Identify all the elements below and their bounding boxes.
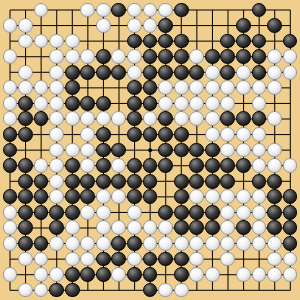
board-point[interactable]	[127, 267, 143, 283]
board-point[interactable]	[142, 236, 158, 252]
board-point[interactable]	[18, 127, 34, 143]
board-point[interactable]	[96, 173, 112, 189]
board-point[interactable]	[236, 111, 252, 127]
board-point[interactable]	[96, 282, 112, 298]
board-point[interactable]	[2, 80, 18, 96]
board-point[interactable]	[236, 2, 252, 18]
board-point[interactable]	[127, 189, 143, 205]
board-point[interactable]	[220, 2, 236, 18]
board-point[interactable]	[236, 96, 252, 112]
board-point[interactable]	[158, 127, 174, 143]
board-point[interactable]	[267, 111, 283, 127]
board-point[interactable]	[142, 173, 158, 189]
board-point[interactable]	[220, 189, 236, 205]
board-point[interactable]	[49, 251, 65, 267]
board-point[interactable]	[158, 251, 174, 267]
board-point[interactable]	[18, 173, 34, 189]
board-point[interactable]	[33, 282, 49, 298]
board-point[interactable]	[111, 49, 127, 65]
board-point[interactable]	[267, 220, 283, 236]
board-point[interactable]	[267, 189, 283, 205]
board-point[interactable]	[64, 236, 80, 252]
board-point[interactable]	[251, 49, 267, 65]
board-point[interactable]	[282, 64, 298, 80]
board-point[interactable]	[2, 127, 18, 143]
board-point[interactable]	[127, 173, 143, 189]
board-point[interactable]	[142, 282, 158, 298]
board-point[interactable]	[236, 142, 252, 158]
board-point[interactable]	[158, 111, 174, 127]
board-point[interactable]	[205, 220, 221, 236]
board-point[interactable]	[205, 111, 221, 127]
board-point[interactable]	[80, 111, 96, 127]
board-point[interactable]	[236, 49, 252, 65]
board-point[interactable]	[49, 80, 65, 96]
board-point[interactable]	[2, 173, 18, 189]
board-point[interactable]	[96, 2, 112, 18]
board-point[interactable]	[2, 267, 18, 283]
board-point[interactable]	[127, 236, 143, 252]
board-point[interactable]	[64, 96, 80, 112]
board-point[interactable]	[173, 205, 189, 221]
board-point[interactable]	[205, 2, 221, 18]
board-point[interactable]	[220, 111, 236, 127]
board-point[interactable]	[33, 49, 49, 65]
board-point[interactable]	[189, 127, 205, 143]
board-point[interactable]	[18, 2, 34, 18]
board-point[interactable]	[220, 33, 236, 49]
board-point[interactable]	[236, 64, 252, 80]
board-point[interactable]	[49, 64, 65, 80]
board-point[interactable]	[127, 80, 143, 96]
board-point[interactable]	[111, 189, 127, 205]
board-point[interactable]	[80, 80, 96, 96]
board-point[interactable]	[64, 2, 80, 18]
board-point[interactable]	[80, 173, 96, 189]
board-point[interactable]	[220, 18, 236, 34]
board-point[interactable]	[173, 158, 189, 174]
board-point[interactable]	[96, 111, 112, 127]
board-point[interactable]	[2, 18, 18, 34]
board-point[interactable]	[64, 80, 80, 96]
board-point[interactable]	[251, 158, 267, 174]
board-point[interactable]	[18, 33, 34, 49]
board-point[interactable]	[189, 251, 205, 267]
board-point[interactable]	[282, 80, 298, 96]
board-point[interactable]	[158, 18, 174, 34]
board-point[interactable]	[64, 111, 80, 127]
board-point[interactable]	[236, 173, 252, 189]
board-point[interactable]	[251, 111, 267, 127]
board-point[interactable]	[251, 205, 267, 221]
board-point[interactable]	[111, 205, 127, 221]
board-point[interactable]	[2, 282, 18, 298]
board-point[interactable]	[251, 127, 267, 143]
board-point[interactable]	[2, 96, 18, 112]
board-point[interactable]	[189, 33, 205, 49]
board-point[interactable]	[220, 142, 236, 158]
board-point[interactable]	[251, 173, 267, 189]
board-point[interactable]	[18, 111, 34, 127]
board-point[interactable]	[282, 49, 298, 65]
board-point[interactable]	[80, 251, 96, 267]
board-point[interactable]	[142, 189, 158, 205]
board-point[interactable]	[111, 96, 127, 112]
board-point[interactable]	[49, 173, 65, 189]
board-point[interactable]	[142, 18, 158, 34]
board-point[interactable]	[49, 236, 65, 252]
board-point[interactable]	[205, 189, 221, 205]
board-point[interactable]	[173, 96, 189, 112]
board-point[interactable]	[189, 64, 205, 80]
board-point[interactable]	[80, 267, 96, 283]
board-point[interactable]	[18, 220, 34, 236]
board-point[interactable]	[127, 18, 143, 34]
board-point[interactable]	[251, 80, 267, 96]
board-point[interactable]	[80, 96, 96, 112]
board-point[interactable]	[282, 282, 298, 298]
board-point[interactable]	[189, 80, 205, 96]
board-point[interactable]	[2, 189, 18, 205]
board-point[interactable]	[251, 96, 267, 112]
board-point[interactable]	[205, 64, 221, 80]
board-point[interactable]	[33, 127, 49, 143]
board-point[interactable]	[251, 142, 267, 158]
board-point[interactable]	[236, 18, 252, 34]
board-point[interactable]	[158, 96, 174, 112]
board-point[interactable]	[80, 282, 96, 298]
board-point[interactable]	[189, 158, 205, 174]
board-point[interactable]	[173, 49, 189, 65]
board-point[interactable]	[158, 80, 174, 96]
board-point[interactable]	[96, 18, 112, 34]
board-point[interactable]	[96, 189, 112, 205]
board-point[interactable]	[18, 158, 34, 174]
board-point[interactable]	[220, 267, 236, 283]
board-point[interactable]	[96, 127, 112, 143]
board-point[interactable]	[173, 33, 189, 49]
board-point[interactable]	[2, 236, 18, 252]
board-point[interactable]	[127, 96, 143, 112]
board-point[interactable]	[142, 267, 158, 283]
board-point[interactable]	[96, 49, 112, 65]
board-point[interactable]	[220, 49, 236, 65]
board-point[interactable]	[158, 220, 174, 236]
board-point[interactable]	[205, 127, 221, 143]
board-point[interactable]	[80, 18, 96, 34]
board-point[interactable]	[251, 189, 267, 205]
board-point[interactable]	[111, 282, 127, 298]
board-point[interactable]	[80, 127, 96, 143]
board-point[interactable]	[111, 220, 127, 236]
board-point[interactable]	[49, 111, 65, 127]
board-point[interactable]	[111, 33, 127, 49]
board-point[interactable]	[127, 64, 143, 80]
board-point[interactable]	[96, 251, 112, 267]
board-point[interactable]	[80, 158, 96, 174]
board-point[interactable]	[220, 220, 236, 236]
board-point[interactable]	[64, 158, 80, 174]
board-point[interactable]	[2, 220, 18, 236]
board-point[interactable]	[205, 49, 221, 65]
board-point[interactable]	[142, 220, 158, 236]
board-point[interactable]	[282, 158, 298, 174]
board-point[interactable]	[111, 18, 127, 34]
board-point[interactable]	[158, 158, 174, 174]
board-point[interactable]	[173, 251, 189, 267]
board-point[interactable]	[251, 282, 267, 298]
board-point[interactable]	[96, 267, 112, 283]
board-point[interactable]	[173, 111, 189, 127]
board-point[interactable]	[33, 111, 49, 127]
board-point[interactable]	[173, 282, 189, 298]
board-point[interactable]	[64, 18, 80, 34]
board-point[interactable]	[267, 158, 283, 174]
board-point[interactable]	[282, 18, 298, 34]
board-point[interactable]	[64, 205, 80, 221]
board-point[interactable]	[173, 220, 189, 236]
board-point[interactable]	[80, 33, 96, 49]
board-point[interactable]	[96, 205, 112, 221]
board-point[interactable]	[158, 282, 174, 298]
board-point[interactable]	[49, 2, 65, 18]
board-point[interactable]	[267, 205, 283, 221]
board-point[interactable]	[2, 251, 18, 267]
board-point[interactable]	[2, 142, 18, 158]
board-point[interactable]	[189, 205, 205, 221]
board-point[interactable]	[64, 267, 80, 283]
board-point[interactable]	[33, 2, 49, 18]
board-point[interactable]	[2, 158, 18, 174]
board-point[interactable]	[111, 80, 127, 96]
board-point[interactable]	[236, 205, 252, 221]
board-point[interactable]	[33, 173, 49, 189]
board-point[interactable]	[2, 111, 18, 127]
board-point[interactable]	[18, 64, 34, 80]
board-point[interactable]	[49, 158, 65, 174]
board-point[interactable]	[33, 64, 49, 80]
board-point[interactable]	[33, 220, 49, 236]
board-point[interactable]	[267, 236, 283, 252]
board-point[interactable]	[96, 80, 112, 96]
board-point[interactable]	[251, 267, 267, 283]
board-point[interactable]	[49, 205, 65, 221]
board-point[interactable]	[220, 80, 236, 96]
board-point[interactable]	[251, 220, 267, 236]
board-point[interactable]	[18, 49, 34, 65]
board-point[interactable]	[33, 80, 49, 96]
board-point[interactable]	[251, 33, 267, 49]
board-point[interactable]	[33, 236, 49, 252]
board-point[interactable]	[267, 49, 283, 65]
board-point[interactable]	[267, 127, 283, 143]
board-point[interactable]	[158, 64, 174, 80]
board-point[interactable]	[220, 127, 236, 143]
board-point[interactable]	[236, 282, 252, 298]
board-point[interactable]	[236, 251, 252, 267]
board-point[interactable]	[64, 33, 80, 49]
board-point[interactable]	[49, 18, 65, 34]
board-point[interactable]	[111, 236, 127, 252]
board-point[interactable]	[173, 127, 189, 143]
board-point[interactable]	[282, 189, 298, 205]
board-point[interactable]	[49, 33, 65, 49]
board-point[interactable]	[158, 267, 174, 283]
board-point[interactable]	[49, 96, 65, 112]
board-point[interactable]	[205, 173, 221, 189]
board-point[interactable]	[205, 96, 221, 112]
board-point[interactable]	[220, 205, 236, 221]
board-point[interactable]	[127, 251, 143, 267]
board-point[interactable]	[142, 33, 158, 49]
board-point[interactable]	[220, 251, 236, 267]
board-point[interactable]	[220, 64, 236, 80]
board-point[interactable]	[158, 2, 174, 18]
board-point[interactable]	[127, 111, 143, 127]
board-point[interactable]	[49, 267, 65, 283]
board-point[interactable]	[173, 173, 189, 189]
board-point[interactable]	[236, 189, 252, 205]
board-point[interactable]	[189, 96, 205, 112]
board-point[interactable]	[173, 236, 189, 252]
board-point[interactable]	[111, 2, 127, 18]
board-point[interactable]	[205, 142, 221, 158]
board-point[interactable]	[205, 251, 221, 267]
board-point[interactable]	[267, 173, 283, 189]
board-point[interactable]	[18, 80, 34, 96]
board-point[interactable]	[267, 80, 283, 96]
board-point[interactable]	[64, 127, 80, 143]
board-point[interactable]	[173, 64, 189, 80]
board-point[interactable]	[127, 205, 143, 221]
board-point[interactable]	[205, 282, 221, 298]
board-point[interactable]	[282, 205, 298, 221]
board-point[interactable]	[96, 33, 112, 49]
board-point[interactable]	[142, 158, 158, 174]
board-point[interactable]	[80, 64, 96, 80]
board-point[interactable]	[267, 2, 283, 18]
board-point[interactable]	[64, 282, 80, 298]
board-point[interactable]	[96, 236, 112, 252]
board-point[interactable]	[189, 236, 205, 252]
board-point[interactable]	[205, 80, 221, 96]
board-point[interactable]	[96, 142, 112, 158]
board-point[interactable]	[127, 49, 143, 65]
board-point[interactable]	[111, 158, 127, 174]
board-point[interactable]	[205, 33, 221, 49]
board-point[interactable]	[142, 251, 158, 267]
board-point[interactable]	[142, 2, 158, 18]
board-point[interactable]	[220, 236, 236, 252]
board-point[interactable]	[2, 49, 18, 65]
board-point[interactable]	[33, 142, 49, 158]
board-point[interactable]	[2, 205, 18, 221]
board-point[interactable]	[18, 189, 34, 205]
board-point[interactable]	[111, 173, 127, 189]
board-point[interactable]	[142, 127, 158, 143]
board-point[interactable]	[80, 236, 96, 252]
board-point[interactable]	[49, 142, 65, 158]
board-point[interactable]	[80, 142, 96, 158]
board-point[interactable]	[64, 189, 80, 205]
board-point[interactable]	[173, 80, 189, 96]
board-point[interactable]	[33, 158, 49, 174]
board-point[interactable]	[96, 220, 112, 236]
board-point[interactable]	[142, 111, 158, 127]
board-point[interactable]	[189, 18, 205, 34]
board-point[interactable]	[142, 96, 158, 112]
board-point[interactable]	[18, 267, 34, 283]
board-point[interactable]	[205, 267, 221, 283]
board-point[interactable]	[189, 49, 205, 65]
board-point[interactable]	[189, 220, 205, 236]
board-point[interactable]	[158, 142, 174, 158]
board-point[interactable]	[33, 96, 49, 112]
board-point[interactable]	[189, 267, 205, 283]
board-point[interactable]	[2, 33, 18, 49]
board-point[interactable]	[80, 220, 96, 236]
board-point[interactable]	[33, 205, 49, 221]
board-point[interactable]	[127, 142, 143, 158]
board-point[interactable]	[64, 220, 80, 236]
board-point[interactable]	[267, 251, 283, 267]
board-point[interactable]	[251, 2, 267, 18]
board-point[interactable]	[142, 80, 158, 96]
board-point[interactable]	[267, 282, 283, 298]
board-point[interactable]	[18, 205, 34, 221]
board-point[interactable]	[189, 189, 205, 205]
board-point[interactable]	[282, 127, 298, 143]
board-point[interactable]	[33, 18, 49, 34]
board-point[interactable]	[111, 111, 127, 127]
board-point[interactable]	[49, 189, 65, 205]
board-point[interactable]	[111, 142, 127, 158]
board-point[interactable]	[49, 49, 65, 65]
board-point[interactable]	[2, 64, 18, 80]
board-point[interactable]	[251, 236, 267, 252]
board-point[interactable]	[18, 236, 34, 252]
board-point[interactable]	[18, 142, 34, 158]
board-point[interactable]	[173, 267, 189, 283]
board-point[interactable]	[2, 2, 18, 18]
board-point[interactable]	[96, 158, 112, 174]
board-point[interactable]	[236, 158, 252, 174]
board-point[interactable]	[220, 173, 236, 189]
board-point[interactable]	[236, 127, 252, 143]
board-point[interactable]	[158, 33, 174, 49]
board-point[interactable]	[158, 49, 174, 65]
board-point[interactable]	[49, 220, 65, 236]
board-point[interactable]	[127, 127, 143, 143]
board-point[interactable]	[127, 2, 143, 18]
board-point[interactable]	[111, 127, 127, 143]
board-point[interactable]	[142, 205, 158, 221]
board-point[interactable]	[267, 33, 283, 49]
board-point[interactable]	[251, 18, 267, 34]
board-point[interactable]	[189, 142, 205, 158]
board-point[interactable]	[158, 205, 174, 221]
board-point[interactable]	[267, 267, 283, 283]
board-point[interactable]	[205, 205, 221, 221]
board-point[interactable]	[205, 158, 221, 174]
board-point[interactable]	[220, 96, 236, 112]
board-point[interactable]	[64, 173, 80, 189]
board-point[interactable]	[96, 64, 112, 80]
board-point[interactable]	[173, 2, 189, 18]
board-point[interactable]	[173, 142, 189, 158]
board-point[interactable]	[33, 267, 49, 283]
board-point[interactable]	[282, 33, 298, 49]
